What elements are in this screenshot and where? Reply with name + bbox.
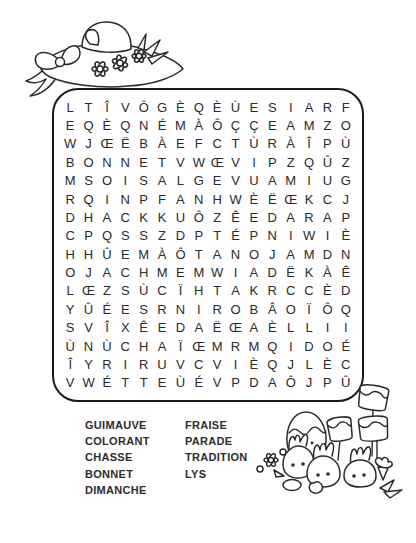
grid-cell: Ô [135, 98, 153, 116]
grid-cell: K [300, 263, 318, 281]
grid-cell: Û [98, 245, 116, 263]
grid-cell: Ç [245, 116, 263, 134]
grid-cell: M [61, 172, 79, 190]
grid-cell: Ù [245, 135, 263, 153]
grid-cell: H [190, 282, 208, 300]
grid-cell: À [318, 263, 336, 281]
grid-cell: P [226, 374, 244, 392]
grid-cell: L [300, 355, 318, 373]
grid-cell: O [226, 300, 244, 318]
grid-cell: I [282, 337, 300, 355]
grid-cell: T [208, 282, 226, 300]
grid-cell: Î [300, 135, 318, 153]
grid-cell: Z [208, 208, 226, 226]
grid-cell: Ï [171, 337, 189, 355]
carrot [376, 458, 393, 480]
grid-cell: M [171, 116, 189, 134]
word-list-item: PARADE [185, 433, 248, 449]
grid-cell: D [337, 282, 355, 300]
grid-cell: P [190, 227, 208, 245]
grid-cell: J [282, 355, 300, 373]
grid-cell: Œ [282, 190, 300, 208]
grid-cell: Œ [226, 319, 244, 337]
grid-cell: M [245, 337, 263, 355]
grid-cell: Œ [98, 135, 116, 153]
grid-cell: I [337, 319, 355, 337]
grid-cell: C [318, 190, 336, 208]
grid-cell: O [282, 300, 300, 318]
grid-cell: È [98, 116, 116, 134]
grid-cell: F [190, 135, 208, 153]
grid-cell: Ç [226, 116, 244, 134]
grid-cell: Q [79, 116, 97, 134]
grid-cell: E [171, 135, 189, 153]
grid-cell: È [263, 319, 281, 337]
grid-cell: X [116, 319, 134, 337]
grid-cell: A [245, 263, 263, 281]
grid-cell: D [171, 319, 189, 337]
grid-cell: A [282, 245, 300, 263]
grid-cell: S [263, 98, 281, 116]
grid-cell: N [98, 153, 116, 171]
grid-cell: I [116, 172, 134, 190]
grid-cell: S [116, 227, 134, 245]
grid-cell: W [208, 263, 226, 281]
word-search-grid: LTÎVÔGÈQÈÙESIARFEQÈQNÉMÀÔÇÇEAMZOWJŒËBÀEF… [61, 98, 355, 392]
grid-cell: I [190, 300, 208, 318]
grid-cell: R [318, 98, 336, 116]
grid-cell: A [245, 319, 263, 337]
grid-cell: Ô [190, 208, 208, 226]
grid-cell: Q [263, 355, 281, 373]
grid-cell: O [245, 245, 263, 263]
grid-cell: E [116, 300, 134, 318]
grid-cell: I [318, 319, 336, 337]
grid-cell: B [135, 135, 153, 153]
grid-cell: R [135, 355, 153, 373]
grid-cell: V [208, 374, 226, 392]
grid-cell: Q [98, 227, 116, 245]
grid-cell: K [135, 208, 153, 226]
grid-cell: J [79, 135, 97, 153]
grid-cell: Ê [135, 319, 153, 337]
word-list-left: GUIMAUVECOLORANTCHASSEBONNETDIMANCHE [85, 417, 150, 498]
grid-cell: V [226, 153, 244, 171]
grid-cell: Ô [208, 116, 226, 134]
grid-cell: E [61, 116, 79, 134]
grid-cell: È [245, 190, 263, 208]
grid-cell: N [190, 190, 208, 208]
grid-cell: P [79, 227, 97, 245]
grid-cell: K [300, 190, 318, 208]
grid-cell: O [61, 263, 79, 281]
grid-cell: Î [98, 98, 116, 116]
grid-cell: D [318, 245, 336, 263]
grid-cell: I [245, 153, 263, 171]
grid-cell: C [116, 208, 134, 226]
grid-cell: E [116, 245, 134, 263]
grid-cell: E [135, 153, 153, 171]
grid-cell: V [171, 153, 189, 171]
grid-cell: B [245, 300, 263, 318]
word-search-board: LTÎVÔGÈQÈÙESIARFEQÈQNÉMÀÔÇÇEAMZOWJŒËBÀEF… [52, 88, 364, 402]
grid-cell: C [190, 355, 208, 373]
grid-cell: V [61, 374, 79, 392]
grid-cell: A [282, 116, 300, 134]
grid-cell: O [98, 172, 116, 190]
grid-cell: Z [337, 153, 355, 171]
grid-cell: È [318, 355, 336, 373]
grid-cell: Q [190, 98, 208, 116]
grid-cell: D [61, 208, 79, 226]
grid-cell: À [282, 135, 300, 153]
grid-cell: È [337, 227, 355, 245]
grid-cell: Ù [226, 98, 244, 116]
grid-cell: E [263, 116, 281, 134]
grid-cell: O [318, 337, 336, 355]
grid-cell: I [282, 98, 300, 116]
grid-cell: C [300, 282, 318, 300]
grid-cell: Û [318, 153, 336, 171]
word-list-item: GUIMAUVE [85, 417, 150, 433]
grid-cell: N [116, 190, 134, 208]
flower-cluster [257, 449, 286, 477]
grid-cell: W [300, 227, 318, 245]
grid-cell: À [190, 116, 208, 134]
grid-cell: Z [318, 116, 336, 134]
grid-cell: E [245, 208, 263, 226]
grid-cell: Ô [318, 300, 336, 318]
grid-cell: T [153, 153, 171, 171]
grid-cell: Q [116, 116, 134, 134]
word-search-page: LTÎVÔGÈQÈÙESIARFEQÈQNÉMÀÔÇÇEAMZOWJŒËBÀEF… [0, 0, 416, 543]
grid-cell: U [245, 172, 263, 190]
grid-cell: S [135, 300, 153, 318]
grid-cell: W [226, 190, 244, 208]
grid-cell: A [98, 208, 116, 226]
grid-cell: V [171, 355, 189, 373]
grid-cell: Â [263, 300, 281, 318]
grid-cell: É [226, 227, 244, 245]
grid-cell: F [337, 98, 355, 116]
grid-cell: E [245, 98, 263, 116]
grid-cell: Q [263, 337, 281, 355]
grid-cell: R [300, 208, 318, 226]
grid-cell: H [135, 263, 153, 281]
grid-cell: Î [61, 355, 79, 373]
easter-eggs-bunnies-marshmallows-illustration [252, 380, 416, 505]
grid-cell: K [153, 208, 171, 226]
grid-cell: C [337, 355, 355, 373]
grid-cell: É [337, 337, 355, 355]
grid-cell: H [79, 245, 97, 263]
grid-cell: Q [337, 300, 355, 318]
grid-cell: T [190, 245, 208, 263]
grid-cell: V [79, 319, 97, 337]
grid-cell: C [116, 337, 134, 355]
grid-cell: F [153, 190, 171, 208]
grid-cell: Ë [263, 190, 281, 208]
grid-cell: N [79, 337, 97, 355]
grid-cell: È [171, 98, 189, 116]
grid-cell: Ë [208, 319, 226, 337]
grid-cell: Œ [208, 153, 226, 171]
grid-cell: Q [79, 190, 97, 208]
grid-cell: H [61, 245, 79, 263]
grid-cell: M [190, 263, 208, 281]
grid-cell: A [208, 245, 226, 263]
grid-cell: A [300, 98, 318, 116]
grid-cell: Œ [190, 337, 208, 355]
grid-cell: É [98, 374, 116, 392]
grid-cell: R [226, 337, 244, 355]
grid-cell: A [263, 172, 281, 190]
grid-cell: I [98, 190, 116, 208]
grid-cell: P [245, 227, 263, 245]
word-list-item: LYS [185, 466, 248, 482]
grid-cell: P [318, 135, 336, 153]
grid-cell: I [282, 227, 300, 245]
grid-cell: E [153, 319, 171, 337]
grid-cell: S [116, 282, 134, 300]
grid-cell: Ë [282, 263, 300, 281]
grid-cell: C [61, 227, 79, 245]
grid-cell: Œ [79, 282, 97, 300]
grid-cell: N [135, 116, 153, 134]
grid-cell: Ï [300, 300, 318, 318]
grid-cell: È [245, 355, 263, 373]
grid-cell: E [208, 172, 226, 190]
word-list-right: FRAISEPARADETRADITIONLYS [185, 417, 248, 482]
grid-cell: J [263, 245, 281, 263]
grid-cell: K [245, 282, 263, 300]
grid-cell: L [282, 319, 300, 337]
grid-cell: A [318, 208, 336, 226]
grid-cell: Z [282, 153, 300, 171]
grid-cell: Ù [337, 135, 355, 153]
grid-cell: Y [61, 300, 79, 318]
grid-cell: Ô [171, 245, 189, 263]
grid-cell: È [208, 98, 226, 116]
grid-cell: M [300, 245, 318, 263]
grid-cell: U [171, 208, 189, 226]
grid-cell: H [79, 208, 97, 226]
grid-cell: G [153, 98, 171, 116]
grid-cell: R [263, 282, 281, 300]
grid-cell: Ù [171, 374, 189, 392]
grid-cell: A [153, 337, 171, 355]
grid-cell: Y [79, 355, 97, 373]
grid-cell: S [135, 227, 153, 245]
grid-cell: M [282, 172, 300, 190]
grid-cell: V [116, 98, 134, 116]
grid-cell: N [263, 227, 281, 245]
word-list-item: COLORANT [85, 433, 150, 449]
grid-cell: I [300, 172, 318, 190]
grid-cell: Ù [98, 337, 116, 355]
grid-cell: U [153, 355, 171, 373]
grid-cell: A [282, 208, 300, 226]
grid-cell: D [263, 263, 281, 281]
grid-cell: P [337, 208, 355, 226]
grid-cell: L [300, 319, 318, 337]
grid-cell: C [282, 282, 300, 300]
grid-cell: È [318, 282, 336, 300]
grid-cell: R [98, 355, 116, 373]
word-list-item: CHASSE [85, 449, 150, 465]
grid-cell: G [190, 172, 208, 190]
grid-cell: T [208, 227, 226, 245]
grid-cell: E [153, 374, 171, 392]
grid-cell: E [171, 263, 189, 281]
grid-cell: A [153, 172, 171, 190]
grid-cell: Ï [171, 282, 189, 300]
grid-cell: I [116, 355, 134, 373]
grid-cell: A [171, 190, 189, 208]
grid-cell: W [190, 153, 208, 171]
grid-cell: L [171, 172, 189, 190]
grid-cell: M [135, 245, 153, 263]
grid-cell: Î [98, 319, 116, 337]
grid-cell: R [61, 190, 79, 208]
grid-cell: S [61, 319, 79, 337]
grid-cell: M [300, 116, 318, 134]
grid-cell: R [208, 300, 226, 318]
grid-cell: H [208, 190, 226, 208]
grid-cell: A [226, 282, 244, 300]
grid-cell: Z [153, 227, 171, 245]
grid-cell: Q [300, 153, 318, 171]
grid-cell: N [226, 245, 244, 263]
word-list-item: TRADITION [185, 449, 248, 465]
grid-cell: R [263, 135, 281, 153]
word-list-item: FRAISE [185, 417, 248, 433]
grid-cell: S [135, 172, 153, 190]
grid-cell: C [153, 282, 171, 300]
grid-cell: P [263, 153, 281, 171]
grid-cell: S [79, 172, 97, 190]
grid-cell: É [153, 116, 171, 134]
grid-cell: I [226, 263, 244, 281]
grid-cell: V [208, 355, 226, 373]
grid-cell: Ù [135, 282, 153, 300]
grid-cell: Û [79, 300, 97, 318]
grid-cell: À [153, 135, 171, 153]
grid-cell: N [337, 245, 355, 263]
grid-cell: P [135, 190, 153, 208]
grid-cell: M [208, 337, 226, 355]
grid-cell: J [79, 263, 97, 281]
grid-cell: I [318, 227, 336, 245]
grid-cell: T [135, 374, 153, 392]
grid-cell: B [61, 153, 79, 171]
grid-cell: D [300, 337, 318, 355]
grid-cell: I [226, 355, 244, 373]
word-list-item: BONNET [85, 466, 150, 482]
grid-cell: U [318, 172, 336, 190]
grid-cell: É [190, 374, 208, 392]
grid-cell: Ê [226, 208, 244, 226]
grid-cell: L [61, 98, 79, 116]
grid-cell: O [79, 153, 97, 171]
grid-cell: O [337, 116, 355, 134]
grid-cell: T [116, 374, 134, 392]
grid-cell: Ù [61, 337, 79, 355]
grid-cell: D [171, 227, 189, 245]
grid-cell: W [79, 374, 97, 392]
grid-cell: G [337, 172, 355, 190]
word-list-item: DIMANCHE [85, 482, 150, 498]
grid-cell: T [79, 98, 97, 116]
grid-cell: É [98, 300, 116, 318]
grid-cell: N [116, 153, 134, 171]
grid-cell: A [190, 319, 208, 337]
grid-cell: C [116, 263, 134, 281]
grid-cell: Ê [337, 263, 355, 281]
grid-cell: M [153, 263, 171, 281]
grid-cell: J [337, 190, 355, 208]
grid-cell: R [153, 300, 171, 318]
grid-cell: A [98, 263, 116, 281]
grid-cell: À [153, 245, 171, 263]
grid-cell: N [171, 300, 189, 318]
grid-cell: H [135, 337, 153, 355]
grid-cell: T [226, 135, 244, 153]
grid-cell: Ë [116, 135, 134, 153]
grid-cell: W [61, 135, 79, 153]
grid-cell: V [226, 172, 244, 190]
grid-cell: L [61, 282, 79, 300]
grid-cell: C [208, 135, 226, 153]
grid-cell: D [263, 208, 281, 226]
grid-cell: Z [98, 282, 116, 300]
